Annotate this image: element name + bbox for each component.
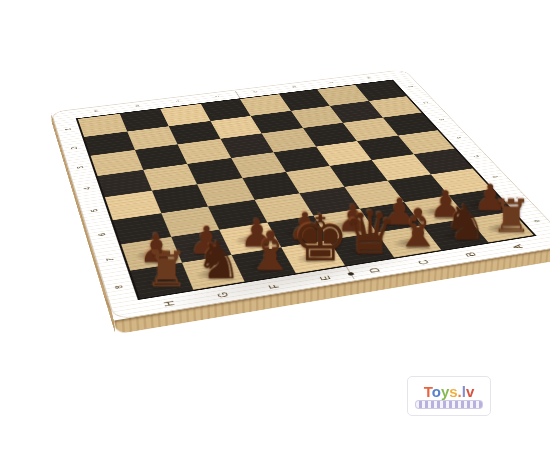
piece-black-rook: ♜ (145, 246, 189, 295)
toyslv-watermark: Toys.lv (407, 376, 491, 416)
piece-black-knight: ♞ (196, 235, 242, 287)
logo-letter: o (432, 383, 441, 400)
logo-letter: s (449, 383, 457, 400)
logo-letter: v (466, 383, 474, 400)
toyslv-logo-text: Toys.lv (424, 384, 475, 399)
logo-letter: y (441, 383, 449, 400)
product-photo: HGFEDCBA HGFEDCBA 12345678 12345678 ♟♟♟♟… (0, 0, 550, 450)
chess-board: HGFEDCBA HGFEDCBA 12345678 12345678 ♟♟♟♟… (51, 69, 550, 320)
toyslv-logo-banner (416, 401, 482, 408)
piece-black-king: ♚ (292, 207, 349, 270)
clasp-screw-center (347, 272, 354, 276)
piece-black-rook: ♜ (491, 194, 532, 239)
piece-black-queen: ♛ (343, 203, 396, 262)
logo-letter: T (424, 383, 432, 400)
piece-black-bishop: ♝ (246, 224, 295, 279)
piece-black-bishop: ♝ (394, 202, 441, 255)
piece-black-knight: ♞ (443, 198, 487, 247)
